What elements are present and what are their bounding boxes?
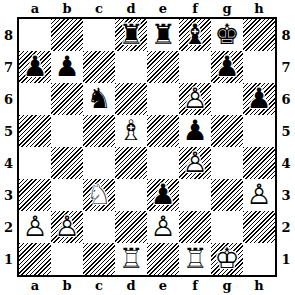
file-label-a: a — [19, 277, 51, 295]
square-g7: ♟ — [211, 51, 243, 83]
square-d5: ♝♗ — [115, 115, 147, 147]
square-f7 — [179, 51, 211, 83]
square-h8 — [243, 19, 275, 51]
square-a2: ♟♙ — [19, 211, 51, 243]
black-king-glyph: ♚ — [211, 19, 243, 51]
square-e1 — [147, 243, 179, 275]
square-a8 — [19, 19, 51, 51]
rank-label-6: 6 — [0, 83, 17, 115]
file-label-e: e — [147, 277, 179, 295]
square-f2 — [179, 211, 211, 243]
square-c3: ♞♘ — [83, 179, 115, 211]
black-pawn-glyph: ♟ — [243, 83, 275, 115]
rank-label-2: 2 — [0, 211, 17, 243]
square-b3 — [51, 179, 83, 211]
piece-black-pawn-a7: ♟ — [19, 51, 51, 83]
white-rook-glyph: ♖ — [115, 243, 147, 275]
rank-labels-right: 87654321 — [277, 19, 295, 275]
square-a6 — [19, 83, 51, 115]
black-knight-glyph: ♞ — [83, 83, 115, 115]
file-labels-top: abcdefgh — [19, 0, 275, 17]
white-pawn-glyph: ♙ — [147, 211, 179, 243]
rank-label-7: 7 — [277, 51, 295, 83]
square-d7 — [115, 51, 147, 83]
black-pawn-glyph: ♟ — [211, 51, 243, 83]
rank-label-4: 4 — [277, 147, 295, 179]
square-e6 — [147, 83, 179, 115]
square-d1: ♜♖ — [115, 243, 147, 275]
square-g5 — [211, 115, 243, 147]
square-h6: ♟ — [243, 83, 275, 115]
square-d6 — [115, 83, 147, 115]
square-b2: ♟♙ — [51, 211, 83, 243]
square-b7: ♟ — [51, 51, 83, 83]
piece-black-pawn-g7: ♟ — [211, 51, 243, 83]
piece-black-knight-c6: ♞ — [83, 83, 115, 115]
piece-black-bishop-f8: ♝ — [179, 19, 211, 51]
piece-black-pawn-f5: ♟ — [179, 115, 211, 147]
piece-black-pawn-h6: ♟ — [243, 83, 275, 115]
black-bishop-glyph: ♝ — [179, 19, 211, 51]
rank-label-5: 5 — [277, 115, 295, 147]
piece-black-rook-e8: ♜ — [147, 19, 179, 51]
square-d4 — [115, 147, 147, 179]
black-rook-glyph: ♜ — [147, 19, 179, 51]
square-c2 — [83, 211, 115, 243]
square-c1 — [83, 243, 115, 275]
rank-label-2: 2 — [277, 211, 295, 243]
square-f8: ♝ — [179, 19, 211, 51]
square-g2 — [211, 211, 243, 243]
file-label-h: h — [243, 277, 275, 295]
black-rook-glyph: ♜ — [115, 19, 147, 51]
black-pawn-glyph: ♟ — [51, 51, 83, 83]
rank-label-5: 5 — [0, 115, 17, 147]
square-h5 — [243, 115, 275, 147]
chess-diagram: abcdefgh 87654321 ♜♜♝♚♟♟♟♞♟♙♟♝♗♟♟♙♞♘♟♟♙♟… — [0, 0, 295, 295]
black-pawn-glyph: ♟ — [147, 179, 179, 211]
square-c5 — [83, 115, 115, 147]
square-b1 — [51, 243, 83, 275]
rank-label-3: 3 — [0, 179, 17, 211]
file-label-e: e — [147, 0, 179, 17]
square-f6: ♟♙ — [179, 83, 211, 115]
piece-white-knight-c3: ♞♘ — [83, 179, 115, 211]
file-label-a: a — [19, 0, 51, 17]
square-c8 — [83, 19, 115, 51]
square-g6 — [211, 83, 243, 115]
rank-label-1: 1 — [0, 243, 17, 275]
square-c4 — [83, 147, 115, 179]
piece-white-pawn-f4: ♟♙ — [179, 147, 211, 179]
square-e2: ♟♙ — [147, 211, 179, 243]
square-e3: ♟ — [147, 179, 179, 211]
square-c7 — [83, 51, 115, 83]
square-h2 — [243, 211, 275, 243]
square-a3 — [19, 179, 51, 211]
square-h4 — [243, 147, 275, 179]
square-d8: ♜ — [115, 19, 147, 51]
rank-label-1: 1 — [277, 243, 295, 275]
file-label-b: b — [51, 0, 83, 17]
rank-label-7: 7 — [0, 51, 17, 83]
rank-label-8: 8 — [277, 19, 295, 51]
piece-black-pawn-b7: ♟ — [51, 51, 83, 83]
square-e8: ♜ — [147, 19, 179, 51]
file-label-f: f — [179, 0, 211, 17]
square-h1 — [243, 243, 275, 275]
piece-white-rook-d1: ♜♖ — [115, 243, 147, 275]
file-label-d: d — [115, 0, 147, 17]
piece-black-rook-d8: ♜ — [115, 19, 147, 51]
white-pawn-glyph: ♙ — [243, 179, 275, 211]
square-d3 — [115, 179, 147, 211]
piece-white-bishop-d5: ♝♗ — [115, 115, 147, 147]
file-label-g: g — [211, 0, 243, 17]
square-f4: ♟♙ — [179, 147, 211, 179]
rank-label-6: 6 — [277, 83, 295, 115]
white-bishop-glyph: ♗ — [115, 115, 147, 147]
black-pawn-glyph: ♟ — [19, 51, 51, 83]
piece-white-pawn-b2: ♟♙ — [51, 211, 83, 243]
rank-labels-left: 87654321 — [0, 19, 17, 275]
white-rook-glyph: ♖ — [179, 243, 211, 275]
square-b4 — [51, 147, 83, 179]
file-label-c: c — [83, 0, 115, 17]
square-b5 — [51, 115, 83, 147]
piece-white-pawn-h3: ♟♙ — [243, 179, 275, 211]
piece-black-king-g8: ♚ — [211, 19, 243, 51]
file-label-h: h — [243, 0, 275, 17]
black-pawn-glyph: ♟ — [179, 115, 211, 147]
file-label-g: g — [211, 277, 243, 295]
file-label-b: b — [51, 277, 83, 295]
square-e4 — [147, 147, 179, 179]
white-knight-glyph: ♘ — [83, 179, 115, 211]
square-g3 — [211, 179, 243, 211]
square-f5: ♟ — [179, 115, 211, 147]
piece-white-rook-f1: ♜♖ — [179, 243, 211, 275]
chess-board: ♜♜♝♚♟♟♟♞♟♙♟♝♗♟♟♙♞♘♟♟♙♟♙♟♙♟♙♜♖♜♖♚♔ — [17, 17, 277, 277]
piece-white-pawn-e2: ♟♙ — [147, 211, 179, 243]
square-a1 — [19, 243, 51, 275]
piece-white-pawn-f6: ♟♙ — [179, 83, 211, 115]
square-g4 — [211, 147, 243, 179]
square-d2 — [115, 211, 147, 243]
white-king-glyph: ♔ — [211, 243, 243, 275]
square-b8 — [51, 19, 83, 51]
square-e5 — [147, 115, 179, 147]
square-h7 — [243, 51, 275, 83]
piece-white-pawn-a2: ♟♙ — [19, 211, 51, 243]
square-e7 — [147, 51, 179, 83]
square-a7: ♟ — [19, 51, 51, 83]
piece-white-king-g1: ♚♔ — [211, 243, 243, 275]
rank-label-8: 8 — [0, 19, 17, 51]
white-pawn-glyph: ♙ — [19, 211, 51, 243]
square-a4 — [19, 147, 51, 179]
square-a5 — [19, 115, 51, 147]
square-b6 — [51, 83, 83, 115]
white-pawn-glyph: ♙ — [51, 211, 83, 243]
white-pawn-glyph: ♙ — [179, 83, 211, 115]
file-labels-bottom: abcdefgh — [19, 277, 275, 295]
square-g1: ♚♔ — [211, 243, 243, 275]
square-g8: ♚ — [211, 19, 243, 51]
square-h3: ♟♙ — [243, 179, 275, 211]
piece-black-pawn-e3: ♟ — [147, 179, 179, 211]
file-label-d: d — [115, 277, 147, 295]
square-f3 — [179, 179, 211, 211]
white-pawn-glyph: ♙ — [179, 147, 211, 179]
square-f1: ♜♖ — [179, 243, 211, 275]
file-label-c: c — [83, 277, 115, 295]
rank-label-4: 4 — [0, 147, 17, 179]
square-c6: ♞ — [83, 83, 115, 115]
rank-label-3: 3 — [277, 179, 295, 211]
file-label-f: f — [179, 277, 211, 295]
